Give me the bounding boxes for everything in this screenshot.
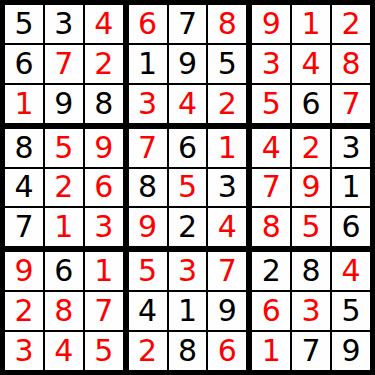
cell-r4c4[interactable]: 7 (129, 129, 167, 167)
box-5: 761853924 (129, 129, 247, 247)
cell-r8c9[interactable]: 5 (332, 292, 370, 330)
cell-r7c8[interactable]: 8 (292, 252, 330, 290)
cell-r3c5[interactable]: 4 (169, 85, 207, 123)
cell-r6c7[interactable]: 8 (252, 208, 290, 246)
cell-r4c7[interactable]: 4 (252, 129, 290, 167)
cell-r9c8[interactable]: 7 (292, 332, 330, 370)
cell-r5c8[interactable]: 9 (292, 169, 330, 207)
cell-r1c7[interactable]: 9 (252, 5, 290, 43)
cell-r8c5[interactable]: 1 (169, 292, 207, 330)
box-7: 961287345 (5, 252, 123, 370)
cell-r7c4[interactable]: 5 (129, 252, 167, 290)
cell-r2c1[interactable]: 6 (5, 45, 43, 83)
cell-r9c3[interactable]: 5 (85, 332, 123, 370)
cell-r6c4[interactable]: 9 (129, 208, 167, 246)
cell-r3c7[interactable]: 5 (252, 85, 290, 123)
cell-r4c5[interactable]: 6 (169, 129, 207, 167)
cell-r4c9[interactable]: 3 (332, 129, 370, 167)
cell-r9c5[interactable]: 8 (169, 332, 207, 370)
cell-r8c4[interactable]: 4 (129, 292, 167, 330)
cell-r8c7[interactable]: 6 (252, 292, 290, 330)
cell-r8c2[interactable]: 8 (45, 292, 83, 330)
cell-r2c8[interactable]: 4 (292, 45, 330, 83)
cell-r2c2[interactable]: 7 (45, 45, 83, 83)
cell-r7c5[interactable]: 3 (169, 252, 207, 290)
sudoku-board: 5346721986781953429123485678594267137618… (0, 0, 375, 375)
cell-r5c4[interactable]: 8 (129, 169, 167, 207)
cell-r3c3[interactable]: 8 (85, 85, 123, 123)
cell-r9c9[interactable]: 9 (332, 332, 370, 370)
cell-r3c4[interactable]: 3 (129, 85, 167, 123)
cell-r5c6[interactable]: 3 (208, 169, 246, 207)
cell-r6c6[interactable]: 4 (208, 208, 246, 246)
cell-r1c5[interactable]: 7 (169, 5, 207, 43)
cell-r8c1[interactable]: 2 (5, 292, 43, 330)
cell-r2c5[interactable]: 9 (169, 45, 207, 83)
cell-r6c8[interactable]: 5 (292, 208, 330, 246)
cell-r1c1[interactable]: 5 (5, 5, 43, 43)
cell-r6c2[interactable]: 1 (45, 208, 83, 246)
cell-r7c9[interactable]: 4 (332, 252, 370, 290)
cell-r9c7[interactable]: 1 (252, 332, 290, 370)
cell-r5c3[interactable]: 6 (85, 169, 123, 207)
cell-r1c2[interactable]: 3 (45, 5, 83, 43)
cell-r7c2[interactable]: 6 (45, 252, 83, 290)
cell-r4c8[interactable]: 2 (292, 129, 330, 167)
cell-r7c1[interactable]: 9 (5, 252, 43, 290)
cell-r4c2[interactable]: 5 (45, 129, 83, 167)
cell-r6c5[interactable]: 2 (169, 208, 207, 246)
cell-r2c7[interactable]: 3 (252, 45, 290, 83)
cell-r8c3[interactable]: 7 (85, 292, 123, 330)
box-9: 284635179 (252, 252, 370, 370)
cell-r6c3[interactable]: 3 (85, 208, 123, 246)
cell-r5c9[interactable]: 1 (332, 169, 370, 207)
cell-r2c3[interactable]: 2 (85, 45, 123, 83)
cell-r6c9[interactable]: 6 (332, 208, 370, 246)
cell-r1c9[interactable]: 2 (332, 5, 370, 43)
cell-r2c6[interactable]: 5 (208, 45, 246, 83)
cell-r3c6[interactable]: 2 (208, 85, 246, 123)
box-8: 537419286 (129, 252, 247, 370)
cell-r3c9[interactable]: 7 (332, 85, 370, 123)
cell-r4c6[interactable]: 1 (208, 129, 246, 167)
cell-r1c4[interactable]: 6 (129, 5, 167, 43)
cell-r7c7[interactable]: 2 (252, 252, 290, 290)
cell-r4c1[interactable]: 8 (5, 129, 43, 167)
cell-r7c6[interactable]: 7 (208, 252, 246, 290)
cell-r6c1[interactable]: 7 (5, 208, 43, 246)
box-4: 859426713 (5, 129, 123, 247)
cell-r8c8[interactable]: 3 (292, 292, 330, 330)
cell-r5c7[interactable]: 7 (252, 169, 290, 207)
cell-r3c8[interactable]: 6 (292, 85, 330, 123)
box-3: 912348567 (252, 5, 370, 123)
cell-r9c2[interactable]: 4 (45, 332, 83, 370)
box-2: 678195342 (129, 5, 247, 123)
cell-r3c2[interactable]: 9 (45, 85, 83, 123)
cell-r5c5[interactable]: 5 (169, 169, 207, 207)
cell-r1c6[interactable]: 8 (208, 5, 246, 43)
box-6: 423791856 (252, 129, 370, 247)
cell-r2c4[interactable]: 1 (129, 45, 167, 83)
cell-r3c1[interactable]: 1 (5, 85, 43, 123)
cell-r9c1[interactable]: 3 (5, 332, 43, 370)
cell-r5c2[interactable]: 2 (45, 169, 83, 207)
cell-r4c3[interactable]: 9 (85, 129, 123, 167)
cell-r9c4[interactable]: 2 (129, 332, 167, 370)
box-1: 534672198 (5, 5, 123, 123)
cell-r1c8[interactable]: 1 (292, 5, 330, 43)
cell-r8c6[interactable]: 9 (208, 292, 246, 330)
cell-r9c6[interactable]: 6 (208, 332, 246, 370)
cell-r7c3[interactable]: 1 (85, 252, 123, 290)
cell-r1c3[interactable]: 4 (85, 5, 123, 43)
cell-r5c1[interactable]: 4 (5, 169, 43, 207)
cell-r2c9[interactable]: 8 (332, 45, 370, 83)
